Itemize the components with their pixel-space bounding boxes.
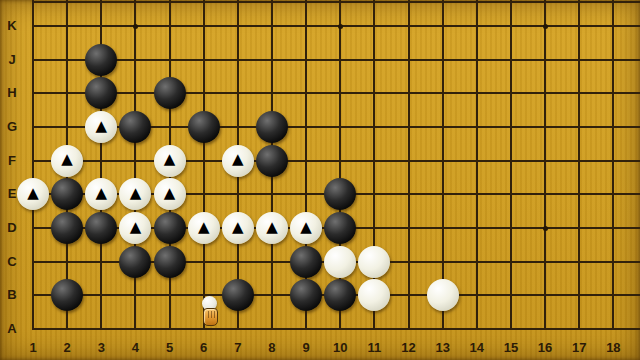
col-label-16: 16 <box>532 340 558 356</box>
stone-white-B11 <box>358 279 390 311</box>
stone-black-H3 <box>85 77 117 109</box>
grid-line-partial-top <box>32 1 640 3</box>
stone-black-B10 <box>324 279 356 311</box>
grid-line-col-18 <box>612 0 614 330</box>
triangle-marker: ▲ <box>290 211 322 243</box>
row-label-K: K <box>3 18 21 34</box>
cursor-hand-fingers <box>206 311 215 318</box>
col-label-7: 7 <box>225 340 251 356</box>
triangle-marker: ▲ <box>188 211 220 243</box>
grid-line-col-1 <box>32 0 34 330</box>
row-label-H: H <box>3 85 21 101</box>
col-label-5: 5 <box>157 340 183 356</box>
stone-white-B13 <box>427 279 459 311</box>
col-label-13: 13 <box>430 340 456 356</box>
col-label-6: 6 <box>191 340 217 356</box>
stone-white-marked-D4: ▲ <box>119 212 151 244</box>
triangle-marker: ▲ <box>85 177 117 209</box>
col-label-14: 14 <box>464 340 490 356</box>
stone-black-H5 <box>154 77 186 109</box>
stone-white-marked-E5: ▲ <box>154 178 186 210</box>
triangle-marker: ▲ <box>119 211 151 243</box>
col-label-10: 10 <box>327 340 353 356</box>
triangle-marker: ▲ <box>256 211 288 243</box>
stone-black-J3 <box>85 44 117 76</box>
grid-line-col-17 <box>578 0 580 330</box>
stone-black-D10 <box>324 212 356 244</box>
stone-black-C4 <box>119 246 151 278</box>
triangle-marker: ▲ <box>222 211 254 243</box>
stone-black-D5 <box>154 212 186 244</box>
row-label-F: F <box>3 153 21 169</box>
grid-line-row-K <box>32 25 640 27</box>
stone-white-marked-F5: ▲ <box>154 145 186 177</box>
triangle-marker: ▲ <box>85 110 117 142</box>
stone-black-F8 <box>256 145 288 177</box>
grid-line-col-4 <box>134 0 136 330</box>
triangle-marker: ▲ <box>154 177 186 209</box>
row-label-D: D <box>3 220 21 236</box>
stone-white-marked-E4: ▲ <box>119 178 151 210</box>
col-label-17: 17 <box>566 340 592 356</box>
col-label-18: 18 <box>600 340 626 356</box>
grid-line-col-14 <box>476 0 478 330</box>
stone-placement-cursor <box>199 294 223 330</box>
triangle-marker: ▲ <box>154 144 186 176</box>
stone-white-marked-D9: ▲ <box>290 212 322 244</box>
star-point-K10 <box>338 24 343 29</box>
col-label-2: 2 <box>54 340 80 356</box>
stone-white-C10 <box>324 246 356 278</box>
cursor-hand-icon <box>203 308 218 326</box>
stone-white-marked-D7: ▲ <box>222 212 254 244</box>
grid-line-row-J <box>32 59 640 61</box>
row-label-B: B <box>3 287 21 303</box>
col-label-15: 15 <box>498 340 524 356</box>
stone-white-marked-F7: ▲ <box>222 145 254 177</box>
star-point-D16 <box>543 226 548 231</box>
grid-line-col-15 <box>510 0 512 330</box>
go-game-screenshot: KJHGFEDCBA123456789101112131415161718 ▲▲… <box>0 0 640 360</box>
stone-white-marked-F2: ▲ <box>51 145 83 177</box>
col-label-1: 1 <box>20 340 46 356</box>
stone-black-E10 <box>324 178 356 210</box>
grid-line-col-12 <box>408 0 410 330</box>
grid-line-row-A <box>32 328 640 330</box>
stone-white-marked-E1: ▲ <box>17 178 49 210</box>
stone-black-G6 <box>188 111 220 143</box>
stone-black-B2 <box>51 279 83 311</box>
col-label-3: 3 <box>88 340 114 356</box>
star-point-K16 <box>543 24 548 29</box>
col-label-12: 12 <box>396 340 422 356</box>
row-label-C: C <box>3 254 21 270</box>
col-label-9: 9 <box>293 340 319 356</box>
grid-line-row-H <box>32 92 640 94</box>
row-label-G: G <box>3 119 21 135</box>
row-label-J: J <box>3 52 21 68</box>
col-label-11: 11 <box>361 340 387 356</box>
stone-white-marked-G3: ▲ <box>85 111 117 143</box>
stone-white-marked-E3: ▲ <box>85 178 117 210</box>
col-label-4: 4 <box>122 340 148 356</box>
triangle-marker: ▲ <box>17 177 49 209</box>
stone-white-marked-D8: ▲ <box>256 212 288 244</box>
col-label-8: 8 <box>259 340 285 356</box>
stone-black-E2 <box>51 178 83 210</box>
triangle-marker: ▲ <box>51 144 83 176</box>
stone-black-D3 <box>85 212 117 244</box>
triangle-marker: ▲ <box>119 177 151 209</box>
stone-black-C5 <box>154 246 186 278</box>
stone-black-G4 <box>119 111 151 143</box>
grid-line-col-6 <box>203 0 205 330</box>
stone-black-G8 <box>256 111 288 143</box>
stone-white-marked-D6: ▲ <box>188 212 220 244</box>
stone-black-B7 <box>222 279 254 311</box>
row-label-A: A <box>3 321 21 337</box>
star-point-K4 <box>133 24 138 29</box>
grid-line-row-F <box>32 160 640 162</box>
grid-line-col-16 <box>544 0 546 330</box>
stone-black-C9 <box>290 246 322 278</box>
stone-black-D2 <box>51 212 83 244</box>
stone-white-C11 <box>358 246 390 278</box>
triangle-marker: ▲ <box>222 144 254 176</box>
stone-black-B9 <box>290 279 322 311</box>
